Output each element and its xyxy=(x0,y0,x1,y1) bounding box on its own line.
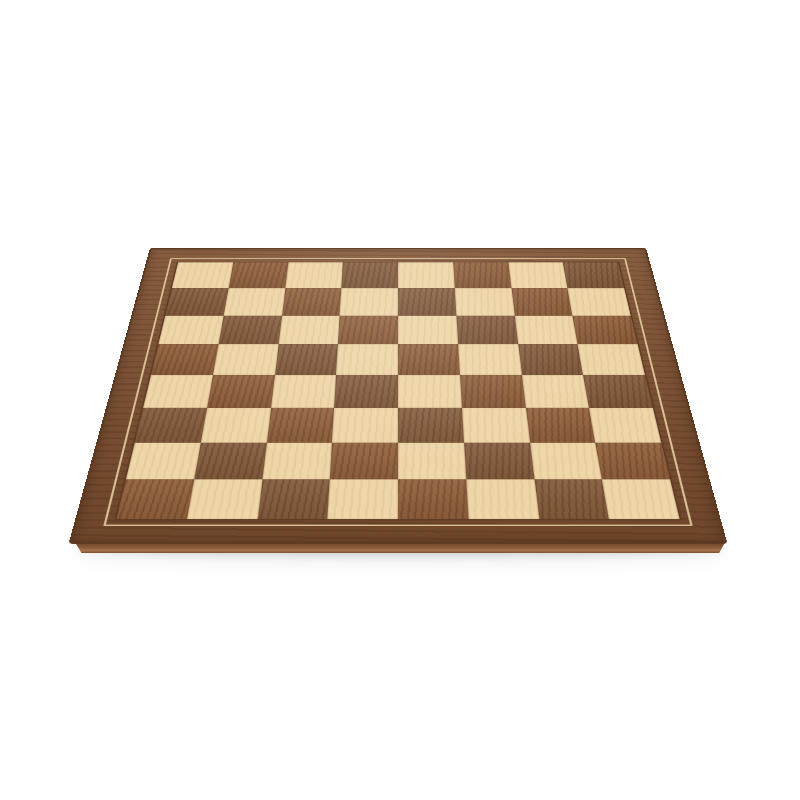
square-e8[interactable] xyxy=(398,262,455,288)
square-a6[interactable] xyxy=(158,315,223,344)
square-c7[interactable] xyxy=(282,288,342,315)
square-d6[interactable] xyxy=(338,315,398,344)
square-a5[interactable] xyxy=(151,344,218,375)
square-f2[interactable] xyxy=(464,442,534,479)
square-a8[interactable] xyxy=(172,262,233,288)
square-g6[interactable] xyxy=(514,315,577,344)
square-h6[interactable] xyxy=(573,315,638,344)
square-a3[interactable] xyxy=(135,408,207,443)
square-f3[interactable] xyxy=(462,408,530,443)
square-c4[interactable] xyxy=(271,375,337,408)
square-h2[interactable] xyxy=(595,442,670,479)
playing-field xyxy=(116,262,679,519)
square-d7[interactable] xyxy=(340,288,398,315)
square-h3[interactable] xyxy=(589,408,661,443)
square-e7[interactable] xyxy=(398,288,456,315)
square-e1[interactable] xyxy=(398,479,468,519)
square-e6[interactable] xyxy=(398,315,458,344)
square-g4[interactable] xyxy=(522,375,590,408)
square-f6[interactable] xyxy=(456,315,518,344)
square-h5[interactable] xyxy=(578,344,645,375)
square-f8[interactable] xyxy=(453,262,511,288)
square-b7[interactable] xyxy=(223,288,284,315)
square-c2[interactable] xyxy=(262,442,332,479)
square-c5[interactable] xyxy=(275,344,339,375)
square-d4[interactable] xyxy=(334,375,398,408)
square-f7[interactable] xyxy=(455,288,515,315)
square-e5[interactable] xyxy=(398,344,460,375)
square-g2[interactable] xyxy=(530,442,602,479)
square-d3[interactable] xyxy=(332,408,398,443)
square-h8[interactable] xyxy=(563,262,624,288)
square-f4[interactable] xyxy=(460,375,526,408)
square-f1[interactable] xyxy=(466,479,539,519)
square-a4[interactable] xyxy=(143,375,213,408)
square-d8[interactable] xyxy=(341,262,398,288)
chess-board xyxy=(69,248,728,544)
square-b1[interactable] xyxy=(187,479,262,519)
square-g1[interactable] xyxy=(534,479,609,519)
square-e4[interactable] xyxy=(398,375,462,408)
square-e2[interactable] xyxy=(398,442,466,479)
square-a1[interactable] xyxy=(116,479,194,519)
square-e3[interactable] xyxy=(398,408,464,443)
square-d2[interactable] xyxy=(330,442,398,479)
square-a2[interactable] xyxy=(126,442,201,479)
square-h7[interactable] xyxy=(568,288,631,315)
square-g3[interactable] xyxy=(525,408,595,443)
square-b8[interactable] xyxy=(228,262,288,288)
square-f5[interactable] xyxy=(458,344,522,375)
square-d5[interactable] xyxy=(336,344,398,375)
square-g8[interactable] xyxy=(508,262,568,288)
square-c6[interactable] xyxy=(278,315,340,344)
square-d1[interactable] xyxy=(328,479,398,519)
square-h1[interactable] xyxy=(602,479,680,519)
square-g5[interactable] xyxy=(518,344,583,375)
square-c1[interactable] xyxy=(257,479,330,519)
square-a7[interactable] xyxy=(165,288,228,315)
square-b2[interactable] xyxy=(194,442,266,479)
perspective-scene xyxy=(0,0,800,800)
product-photo-background xyxy=(0,0,800,800)
square-h4[interactable] xyxy=(583,375,653,408)
square-c3[interactable] xyxy=(266,408,334,443)
square-g7[interactable] xyxy=(511,288,572,315)
square-b6[interactable] xyxy=(218,315,281,344)
square-c8[interactable] xyxy=(285,262,343,288)
square-b5[interactable] xyxy=(213,344,278,375)
square-b3[interactable] xyxy=(201,408,271,443)
square-b4[interactable] xyxy=(207,375,275,408)
